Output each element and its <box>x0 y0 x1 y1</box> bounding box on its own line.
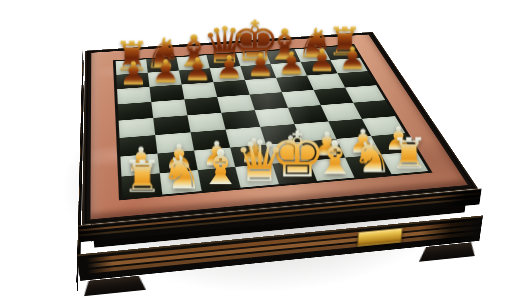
chess-box-assembly: ♜♞♝♛♚♝♞♜♟♟♟♟♟♟♟♟♟♟♟♟♟♟♟♟♜♞♝♛♚♝♞♜ <box>82 32 479 225</box>
product-photo: ♜♞♝♛♚♝♞♜♟♟♟♟♟♟♟♟♟♟♟♟♟♟♟♟♜♞♝♛♚♝♞♜ <box>0 0 510 301</box>
scene: ♜♞♝♛♚♝♞♜♟♟♟♟♟♟♟♟♟♟♟♟♟♟♟♟♜♞♝♛♚♝♞♜ <box>0 0 510 301</box>
piece-white-bishop: ♝ <box>306 150 355 181</box>
piece-white-pawn: ♟ <box>298 132 345 161</box>
drawer-handle <box>358 228 404 247</box>
